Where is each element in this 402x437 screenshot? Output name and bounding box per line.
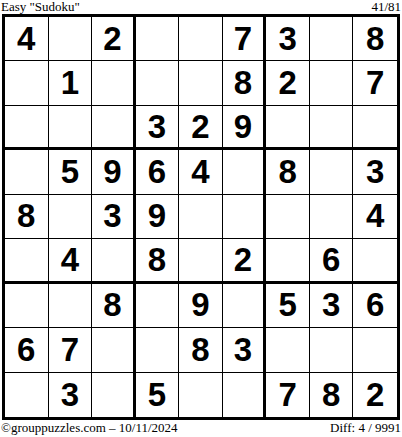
- cell-r4c4[interactable]: 6: [136, 150, 180, 194]
- cell-r6c1[interactable]: [5, 239, 49, 283]
- cell-r9c2[interactable]: 3: [49, 373, 93, 417]
- cell-r1c3[interactable]: 2: [92, 17, 136, 61]
- header: Easy "Sudoku" 41/81: [0, 0, 402, 14]
- cell-r2c2[interactable]: 1: [49, 61, 93, 105]
- cell-r7c5[interactable]: 9: [179, 284, 223, 328]
- cell-r5c9[interactable]: 4: [353, 195, 397, 239]
- cell-r4c2[interactable]: 5: [49, 150, 93, 194]
- cell-r3c1[interactable]: [5, 106, 49, 150]
- cell-r2c8[interactable]: [310, 61, 354, 105]
- cell-r3c9[interactable]: [353, 106, 397, 150]
- cell-r5c6[interactable]: [223, 195, 267, 239]
- sudoku-page: Easy "Sudoku" 41/81 42738182732959648383…: [0, 0, 402, 437]
- cell-r5c4[interactable]: 9: [136, 195, 180, 239]
- cell-r8c7[interactable]: [266, 328, 310, 372]
- cell-r8c8[interactable]: [310, 328, 354, 372]
- cell-r1c9[interactable]: 8: [353, 17, 397, 61]
- cell-r1c6[interactable]: 7: [223, 17, 267, 61]
- difficulty-text: Diff: 4 / 9991: [330, 420, 401, 436]
- cell-r1c4[interactable]: [136, 17, 180, 61]
- cell-r4c6[interactable]: [223, 150, 267, 194]
- cell-r6c5[interactable]: [179, 239, 223, 283]
- cell-r3c8[interactable]: [310, 106, 354, 150]
- cell-r1c2[interactable]: [49, 17, 93, 61]
- cell-r9c7[interactable]: 7: [266, 373, 310, 417]
- cell-r4c7[interactable]: 8: [266, 150, 310, 194]
- cell-r7c6[interactable]: [223, 284, 267, 328]
- cell-r4c8[interactable]: [310, 150, 354, 194]
- filled-count: 41/81: [371, 0, 401, 14]
- cell-r9c8[interactable]: 8: [310, 373, 354, 417]
- sudoku-board: 4273818273295964838394482689536678335782: [2, 14, 400, 420]
- cell-r3c4[interactable]: 3: [136, 106, 180, 150]
- cell-r4c5[interactable]: 4: [179, 150, 223, 194]
- copyright-text: ©grouppuzzles.com – 10/11/2024: [1, 420, 178, 436]
- cell-r8c9[interactable]: [353, 328, 397, 372]
- cell-r6c6[interactable]: 2: [223, 239, 267, 283]
- cell-r1c5[interactable]: [179, 17, 223, 61]
- cell-r9c3[interactable]: [92, 373, 136, 417]
- cell-r2c4[interactable]: [136, 61, 180, 105]
- cell-r8c1[interactable]: 6: [5, 328, 49, 372]
- cell-r6c7[interactable]: [266, 239, 310, 283]
- cell-r1c1[interactable]: 4: [5, 17, 49, 61]
- cell-r8c2[interactable]: 7: [49, 328, 93, 372]
- cell-r2c1[interactable]: [5, 61, 49, 105]
- cell-r4c9[interactable]: 3: [353, 150, 397, 194]
- cell-r2c9[interactable]: 7: [353, 61, 397, 105]
- cell-r8c6[interactable]: 3: [223, 328, 267, 372]
- cell-r6c8[interactable]: 6: [310, 239, 354, 283]
- cell-r9c4[interactable]: 5: [136, 373, 180, 417]
- cell-r6c2[interactable]: 4: [49, 239, 93, 283]
- cell-r1c8[interactable]: [310, 17, 354, 61]
- cell-r7c2[interactable]: [49, 284, 93, 328]
- cell-r3c6[interactable]: 9: [223, 106, 267, 150]
- cell-r6c3[interactable]: [92, 239, 136, 283]
- cell-r3c5[interactable]: 2: [179, 106, 223, 150]
- cell-r5c1[interactable]: 8: [5, 195, 49, 239]
- cell-r7c4[interactable]: [136, 284, 180, 328]
- cell-r6c9[interactable]: [353, 239, 397, 283]
- cell-r8c5[interactable]: 8: [179, 328, 223, 372]
- cell-r7c3[interactable]: 8: [92, 284, 136, 328]
- cell-r8c4[interactable]: [136, 328, 180, 372]
- cell-r7c7[interactable]: 5: [266, 284, 310, 328]
- cell-r3c7[interactable]: [266, 106, 310, 150]
- cell-r9c6[interactable]: [223, 373, 267, 417]
- cell-r4c1[interactable]: [5, 150, 49, 194]
- cell-r5c3[interactable]: 3: [92, 195, 136, 239]
- cell-r1c7[interactable]: 3: [266, 17, 310, 61]
- cell-r3c2[interactable]: [49, 106, 93, 150]
- cell-r7c9[interactable]: 6: [353, 284, 397, 328]
- cell-r7c1[interactable]: [5, 284, 49, 328]
- cell-r5c5[interactable]: [179, 195, 223, 239]
- cell-r5c2[interactable]: [49, 195, 93, 239]
- cell-r9c9[interactable]: 2: [353, 373, 397, 417]
- cell-r4c3[interactable]: 9: [92, 150, 136, 194]
- footer: ©grouppuzzles.com – 10/11/2024 Diff: 4 /…: [0, 420, 402, 437]
- puzzle-title: Easy "Sudoku": [1, 0, 80, 14]
- cell-r3c3[interactable]: [92, 106, 136, 150]
- cell-r2c5[interactable]: [179, 61, 223, 105]
- cell-r9c5[interactable]: [179, 373, 223, 417]
- cell-r5c7[interactable]: [266, 195, 310, 239]
- cell-r6c4[interactable]: 8: [136, 239, 180, 283]
- cell-r2c6[interactable]: 8: [223, 61, 267, 105]
- cell-r8c3[interactable]: [92, 328, 136, 372]
- cell-r5c8[interactable]: [310, 195, 354, 239]
- cell-r9c1[interactable]: [5, 373, 49, 417]
- cell-r2c7[interactable]: 2: [266, 61, 310, 105]
- cell-r7c8[interactable]: 3: [310, 284, 354, 328]
- cell-r2c3[interactable]: [92, 61, 136, 105]
